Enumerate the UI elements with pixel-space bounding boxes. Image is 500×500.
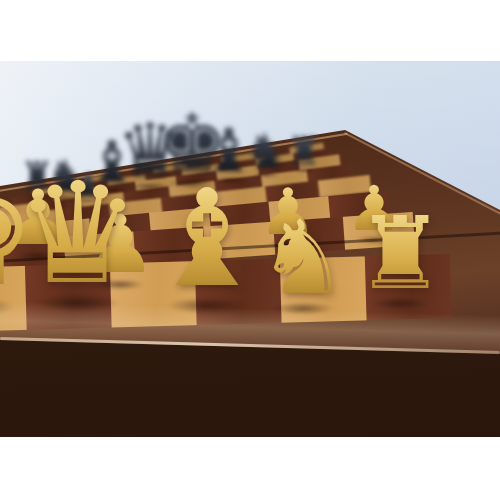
piece-black-rook-h8: ♜ — [286, 131, 322, 171]
piece-white-king-d1: ♚ — [0, 157, 37, 307]
chess-photo-canvas: ♜♞♝♚♛♝♜♞♟♟♟♟♟♛♜♝♚♞ — [0, 0, 500, 500]
piece-white-knight-g1: ♞ — [257, 207, 348, 309]
rook-glyph: ♜ — [355, 204, 445, 304]
knight-glyph: ♞ — [257, 207, 348, 309]
rook-glyph: ♜ — [286, 131, 322, 171]
king-glyph: ♚ — [0, 157, 37, 307]
bishop-glyph: ♝ — [147, 172, 267, 306]
letterbox-bottom — [0, 437, 500, 500]
photograph: ♜♞♝♚♛♝♜♞♟♟♟♟♟♛♜♝♚♞ — [0, 61, 500, 437]
piece-white-bishop-f1: ♝ — [147, 172, 267, 306]
letterbox-top — [0, 0, 500, 61]
piece-white-rook-h1: ♜ — [355, 204, 445, 304]
